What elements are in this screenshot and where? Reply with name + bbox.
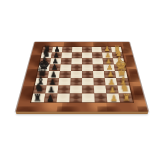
square-d5[interactable] <box>71 71 82 78</box>
square-c6[interactable] <box>58 78 70 86</box>
square-e3[interactable] <box>93 64 104 71</box>
square-b3[interactable] <box>94 86 107 94</box>
square-a7[interactable]: ♟ <box>44 94 58 103</box>
square-a1[interactable]: ♜ <box>119 94 133 103</box>
square-b5[interactable] <box>70 86 82 94</box>
square-c3[interactable] <box>93 78 105 86</box>
square-b4[interactable] <box>82 86 94 94</box>
square-e5[interactable] <box>71 64 82 71</box>
square-d6[interactable] <box>59 71 71 78</box>
square-a2[interactable]: ♟ <box>106 94 120 103</box>
white-rook-a1[interactable]: ♜ <box>120 92 133 102</box>
square-d4[interactable] <box>82 71 93 78</box>
chessboard-scene: ♜♟♟♜♞♟♟♞♝♟♟♝♚♟♟♚♛♟♟♛♝♟♟♝♞♟♟♞♜♟♟♜ <box>27 16 137 126</box>
board-grid: ♜♟♟♜♞♟♟♞♝♟♟♝♚♟♟♚♛♟♟♛♝♟♟♝♞♟♟♞♜♟♟♜ <box>31 47 133 102</box>
square-a5[interactable] <box>69 94 82 103</box>
black-pawn-a7[interactable]: ♟ <box>44 94 57 103</box>
square-c5[interactable] <box>70 78 82 86</box>
black-rook-a8[interactable]: ♜ <box>31 92 44 102</box>
square-a6[interactable] <box>57 94 70 103</box>
square-b6[interactable] <box>58 86 71 94</box>
square-d3[interactable] <box>93 71 105 78</box>
square-a3[interactable] <box>94 94 107 103</box>
white-pawn-a2[interactable]: ♟ <box>107 94 120 103</box>
square-a4[interactable] <box>82 94 95 103</box>
chessboard: ♜♟♟♜♞♟♟♞♝♟♟♝♚♟♟♚♛♟♟♛♝♟♟♝♞♟♟♞♜♟♟♜ <box>16 42 148 112</box>
square-e4[interactable] <box>82 64 93 71</box>
photo-background: ♜♟♟♜♞♟♟♞♝♟♟♝♚♟♟♚♛♟♟♛♝♟♟♝♞♟♟♞♜♟♟♜ <box>0 0 160 160</box>
square-c4[interactable] <box>82 78 94 86</box>
square-e6[interactable] <box>60 64 71 71</box>
